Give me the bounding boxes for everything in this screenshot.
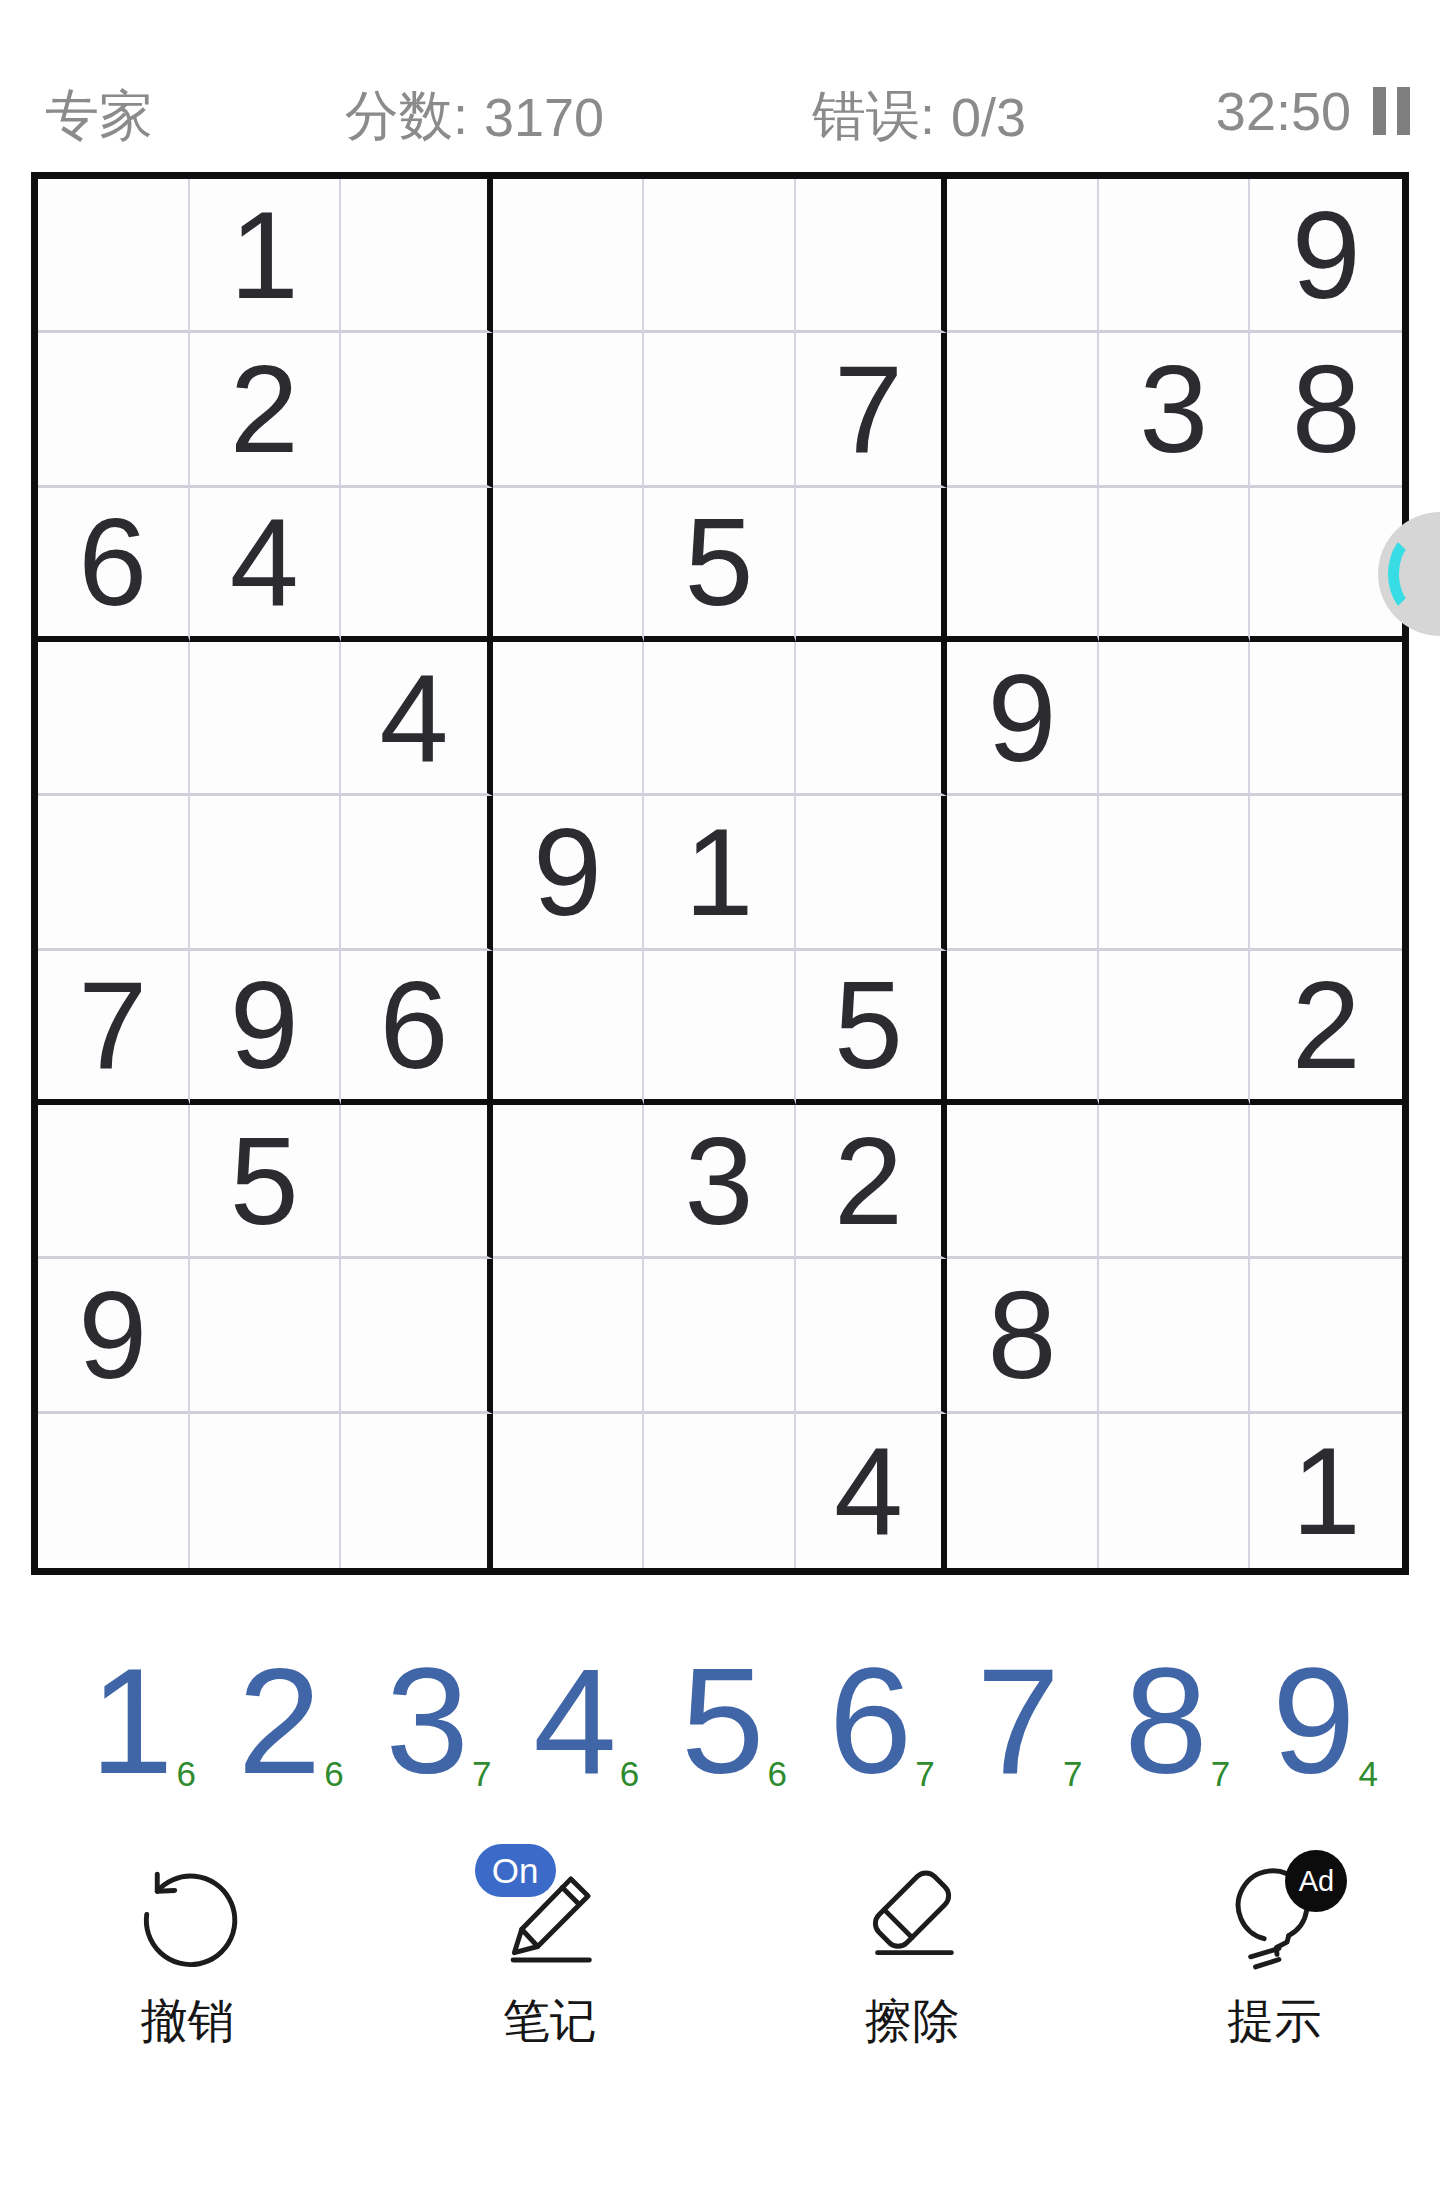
score-value: 3170 [484,86,604,148]
cell-r8c5[interactable] [644,1259,796,1413]
cell-r5c1[interactable] [38,796,190,950]
undo-icon [129,1858,247,1976]
cell-r6c3[interactable]: 6 [341,951,493,1105]
difficulty-label: 专家 [45,80,153,153]
cell-r3c7[interactable] [947,488,1099,642]
cell-r7c9[interactable] [1250,1105,1402,1259]
numpad-key-9[interactable]: 94 [1272,1652,1378,1790]
cell-r5c9[interactable] [1250,796,1402,950]
cell-r8c2[interactable] [190,1259,342,1413]
pause-button[interactable] [1373,87,1410,135]
cell-r8c7[interactable]: 8 [947,1259,1099,1413]
cell-r8c3[interactable] [341,1259,493,1413]
numpad-key-5[interactable]: 56 [681,1652,787,1790]
errors-label: 错误: [812,80,935,153]
eraser-icon [853,1858,971,1976]
cell-r3c5[interactable]: 5 [644,488,796,642]
pause-icon [1397,87,1410,135]
cell-r6c1[interactable]: 7 [38,951,190,1105]
numpad-key-3[interactable]: 37 [386,1652,492,1790]
cell-r2c4[interactable] [493,333,645,487]
numpad-remaining-count: 7 [1211,1754,1230,1794]
cell-r1c7[interactable] [947,179,1099,333]
numpad-key-2[interactable]: 26 [238,1652,344,1790]
cell-r1c2[interactable]: 1 [190,179,342,333]
cell-r6c4[interactable] [493,951,645,1105]
cell-r6c7[interactable] [947,951,1099,1105]
erase-button[interactable]: 擦除 [805,1858,1020,2053]
timer-display: 32:50 [1216,80,1410,142]
cell-r7c8[interactable] [1099,1105,1251,1259]
hint-button[interactable]: Ad 提示 [1167,1858,1382,2053]
cell-r9c2[interactable] [190,1414,342,1568]
cell-r2c6[interactable]: 7 [796,333,948,487]
numpad-digit: 2 [238,1652,321,1790]
numpad-digit: 6 [829,1652,912,1790]
hint-ad-badge: Ad [1285,1850,1347,1912]
numpad-remaining-count: 7 [1063,1754,1082,1794]
cell-r5c3[interactable] [341,796,493,950]
cell-r4c4[interactable] [493,642,645,796]
cell-r5c6[interactable] [796,796,948,950]
notes-button[interactable]: On 笔记 [442,1858,657,2053]
cell-r2c9[interactable]: 8 [1250,333,1402,487]
cell-r5c8[interactable] [1099,796,1251,950]
cell-r7c5[interactable]: 3 [644,1105,796,1259]
cell-r4c8[interactable] [1099,642,1251,796]
cell-r2c5[interactable] [644,333,796,487]
cell-r6c8[interactable] [1099,951,1251,1105]
cell-r9c5[interactable] [644,1414,796,1568]
cell-r8c4[interactable] [493,1259,645,1413]
cell-r7c7[interactable] [947,1105,1099,1259]
erase-label: 擦除 [865,1990,959,2053]
lightbulb-icon: Ad [1215,1858,1333,1976]
cell-r8c8[interactable] [1099,1259,1251,1413]
cell-r9c3[interactable] [341,1414,493,1568]
cell-r7c1[interactable] [38,1105,190,1259]
numpad-key-7[interactable]: 77 [977,1652,1083,1790]
numpad-key-8[interactable]: 87 [1124,1652,1230,1790]
cell-r7c4[interactable] [493,1105,645,1259]
numpad-digit: 4 [533,1652,616,1790]
numpad-remaining-count: 7 [915,1754,934,1794]
cell-r1c4[interactable] [493,179,645,333]
cell-r8c6[interactable] [796,1259,948,1413]
cell-r2c3[interactable] [341,333,493,487]
cell-r2c7[interactable] [947,333,1099,487]
numpad-remaining-count: 6 [176,1754,195,1794]
numpad-remaining-count: 7 [472,1754,491,1794]
pencil-icon: On [491,1858,609,1976]
cell-r4c6[interactable] [796,642,948,796]
numpad-key-4[interactable]: 46 [533,1652,639,1790]
cell-r4c2[interactable] [190,642,342,796]
cell-r1c8[interactable] [1099,179,1251,333]
cell-r5c5[interactable]: 1 [644,796,796,950]
cell-r5c4[interactable]: 9 [493,796,645,950]
hint-label: 提示 [1227,1990,1321,2053]
cell-r1c9[interactable]: 9 [1250,179,1402,333]
numpad-remaining-count: 4 [1358,1754,1377,1794]
cell-r7c2[interactable]: 5 [190,1105,342,1259]
numpad-digit: 1 [90,1652,173,1790]
cell-r3c6[interactable] [796,488,948,642]
numpad-digit: 8 [1124,1652,1207,1790]
numpad-key-1[interactable]: 16 [90,1652,196,1790]
numpad-remaining-count: 6 [324,1754,343,1794]
status-bar: 专家 分数: 3170 错误: 0/3 32:50 [0,80,1440,144]
cell-r6c2[interactable]: 9 [190,951,342,1105]
cell-r7c3[interactable] [341,1105,493,1259]
cell-r6c9[interactable]: 2 [1250,951,1402,1105]
cell-r2c8[interactable]: 3 [1099,333,1251,487]
cell-r3c1[interactable]: 6 [38,488,190,642]
number-pad: 162637465667778794 [90,1652,1378,1790]
numpad-digit: 7 [977,1652,1060,1790]
undo-label: 撤销 [141,1990,235,2053]
score-label: 分数: [345,80,468,153]
cell-r4c1[interactable] [38,642,190,796]
cell-r5c2[interactable] [190,796,342,950]
cell-r5c7[interactable] [947,796,1099,950]
cell-r4c5[interactable] [644,642,796,796]
numpad-remaining-count: 6 [620,1754,639,1794]
pause-icon [1373,87,1386,135]
numpad-key-6[interactable]: 67 [829,1652,935,1790]
cell-r2c1[interactable] [38,333,190,487]
cell-r2c2[interactable]: 2 [190,333,342,487]
cell-r4c7[interactable]: 9 [947,642,1099,796]
cell-r3c2[interactable]: 4 [190,488,342,642]
toolbar: 撤销 On 笔记 擦除 [80,1858,1382,2053]
difficulty-text: 专家 [45,80,153,153]
cell-r9c8[interactable] [1099,1414,1251,1568]
cell-r6c6[interactable]: 5 [796,951,948,1105]
numpad-digit: 3 [386,1652,469,1790]
cell-r1c1[interactable] [38,179,190,333]
cell-r1c3[interactable] [341,179,493,333]
timer-value: 32:50 [1216,80,1351,142]
cell-r6c5[interactable] [644,951,796,1105]
cell-r9c9[interactable]: 1 [1250,1414,1402,1568]
errors-value: 0/3 [951,86,1026,148]
cell-r3c8[interactable] [1099,488,1251,642]
cell-r9c4[interactable] [493,1414,645,1568]
cell-r9c7[interactable] [947,1414,1099,1568]
notes-on-badge: On [475,1844,556,1897]
cell-r3c4[interactable] [493,488,645,642]
undo-button[interactable]: 撤销 [80,1858,295,2053]
numpad-digit: 5 [681,1652,764,1790]
cell-r1c5[interactable] [644,179,796,333]
cell-r4c3[interactable]: 4 [341,642,493,796]
notes-label: 笔记 [503,1990,597,2053]
cell-r4c9[interactable] [1250,642,1402,796]
cell-r7c6[interactable]: 2 [796,1105,948,1259]
cell-r3c3[interactable] [341,488,493,642]
cell-r1c6[interactable] [796,179,948,333]
sudoku-board: 1927386454991796525329841 [31,172,1409,1575]
numpad-digit: 9 [1272,1652,1355,1790]
cell-r8c1[interactable]: 9 [38,1259,190,1413]
cell-r8c9[interactable] [1250,1259,1402,1413]
cell-r9c6[interactable]: 4 [796,1414,948,1568]
numpad-remaining-count: 6 [767,1754,786,1794]
score-display: 分数: 3170 [345,80,604,153]
cell-r9c1[interactable] [38,1414,190,1568]
cyan-arc-icon [1388,532,1440,616]
errors-display: 错误: 0/3 [812,80,1026,153]
